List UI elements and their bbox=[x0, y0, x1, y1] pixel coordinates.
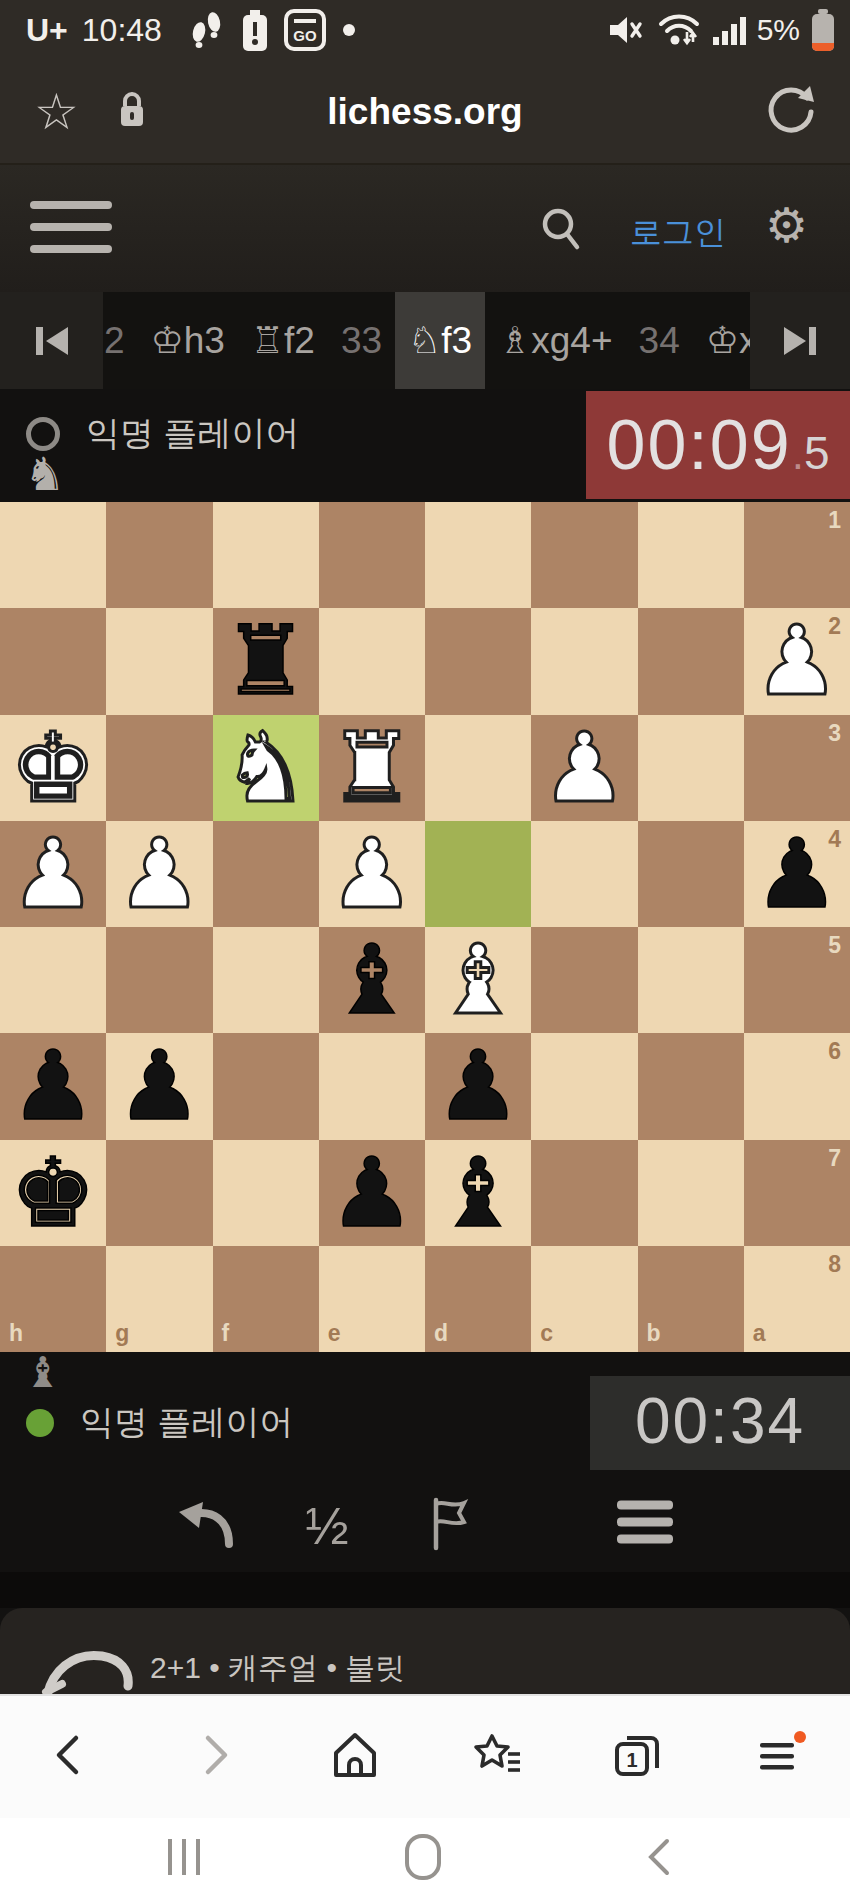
browser-tabs-icon[interactable]: 1 bbox=[611, 1730, 663, 1784]
move-bar: 2♔h3♖f233♘f3♗xg4+34♔xg4♖g2+35♔ bbox=[0, 292, 850, 389]
file-label-g: g bbox=[115, 1320, 129, 1347]
black-P-g6: ♟ bbox=[106, 1033, 212, 1139]
lichess-logo-icon bbox=[40, 1636, 140, 1694]
square-c3[interactable]: ♟ bbox=[531, 715, 637, 821]
square-b5[interactable] bbox=[638, 927, 744, 1033]
square-e2[interactable] bbox=[319, 608, 425, 714]
square-e4[interactable]: ♟ bbox=[319, 821, 425, 927]
rank-label-7: 7 bbox=[828, 1145, 841, 1172]
square-e8[interactable]: e bbox=[319, 1246, 425, 1352]
move-token-0[interactable]: 2 bbox=[103, 292, 138, 389]
browser-menu-icon[interactable] bbox=[752, 1729, 808, 1785]
rank-label-3: 3 bbox=[828, 720, 841, 747]
square-c1[interactable] bbox=[531, 502, 637, 608]
black-R-f2: ♜ bbox=[213, 608, 319, 714]
top-captured-knight-icon: ♞ bbox=[24, 451, 65, 497]
square-a6[interactable]: 6 bbox=[744, 1033, 850, 1139]
move-list: 2♔h3♖f233♘f3♗xg4+34♔xg4♖g2+35♔ bbox=[103, 292, 750, 389]
square-b6[interactable] bbox=[638, 1033, 744, 1139]
black-B-d7: ♝ bbox=[425, 1140, 531, 1246]
battery-alert-icon bbox=[242, 8, 268, 52]
resign-flag-icon[interactable] bbox=[422, 1496, 478, 1556]
status-bar: U+ 10:48 GO bbox=[0, 0, 850, 60]
move-token-6[interactable]: 34 bbox=[626, 292, 693, 389]
game-menu-icon[interactable] bbox=[617, 1501, 673, 1552]
square-f5[interactable] bbox=[213, 927, 319, 1033]
white-K-h3: ♚ bbox=[0, 715, 106, 821]
rank-label-2: 2 bbox=[828, 613, 841, 640]
square-a1[interactable]: 1 bbox=[744, 502, 850, 608]
square-h5[interactable] bbox=[0, 927, 106, 1033]
square-e1[interactable] bbox=[319, 502, 425, 608]
square-d3[interactable] bbox=[425, 715, 531, 821]
square-d2[interactable] bbox=[425, 608, 531, 714]
takeback-button[interactable] bbox=[177, 1498, 239, 1554]
square-b4[interactable] bbox=[638, 821, 744, 927]
bottom-player-clock: 00:34 bbox=[590, 1376, 850, 1470]
square-c5[interactable] bbox=[531, 927, 637, 1033]
black-B-e5: ♝ bbox=[319, 927, 425, 1033]
square-g3[interactable] bbox=[106, 715, 212, 821]
go-app-icon: GO bbox=[284, 9, 326, 51]
square-c8[interactable]: c bbox=[531, 1246, 637, 1352]
square-g1[interactable] bbox=[106, 502, 212, 608]
rank-label-6: 6 bbox=[828, 1038, 841, 1065]
square-h8[interactable]: h bbox=[0, 1246, 106, 1352]
browser-bookmarks-icon[interactable] bbox=[472, 1730, 526, 1784]
android-home-icon[interactable] bbox=[401, 1832, 445, 1886]
white-N-f3: ♞ bbox=[213, 715, 319, 821]
square-e5[interactable]: ♝ bbox=[319, 927, 425, 1033]
phone-screen: U+ 10:48 GO bbox=[0, 0, 850, 1896]
square-g8[interactable]: g bbox=[106, 1246, 212, 1352]
url-text[interactable]: lichess.org bbox=[0, 91, 850, 133]
square-d6[interactable]: ♟ bbox=[425, 1033, 531, 1139]
square-h3[interactable]: ♚ bbox=[0, 715, 106, 821]
square-b1[interactable] bbox=[638, 502, 744, 608]
white-P-g4: ♟ bbox=[106, 821, 212, 927]
square-h2[interactable] bbox=[0, 608, 106, 714]
move-token-5[interactable]: ♗xg4+ bbox=[485, 292, 625, 389]
wifi-icon bbox=[657, 12, 701, 48]
square-a8[interactable]: 8a bbox=[744, 1246, 850, 1352]
white-P-c3: ♟ bbox=[531, 715, 637, 821]
square-a7[interactable]: 7 bbox=[744, 1140, 850, 1246]
browser-back-icon[interactable] bbox=[46, 1732, 92, 1782]
offline-status-icon bbox=[26, 417, 60, 451]
square-f6[interactable] bbox=[213, 1033, 319, 1139]
recent-apps-icon[interactable] bbox=[164, 1835, 204, 1883]
black-P-e7: ♟ bbox=[319, 1140, 425, 1246]
top-player-clock: 00:09.5 bbox=[586, 391, 850, 499]
carrier-label: U+ bbox=[26, 12, 68, 49]
rank-label-1: 1 bbox=[828, 507, 841, 534]
black-K-h7: ♚ bbox=[0, 1140, 106, 1246]
footsteps-icon bbox=[186, 10, 226, 50]
square-d8[interactable]: d bbox=[425, 1246, 531, 1352]
gear-icon[interactable]: ⚙ bbox=[765, 197, 808, 253]
square-a4[interactable]: ♟4 bbox=[744, 821, 850, 927]
square-g5[interactable] bbox=[106, 927, 212, 1033]
online-status-icon bbox=[26, 1409, 54, 1437]
file-label-a: a bbox=[753, 1320, 766, 1347]
square-g6[interactable]: ♟ bbox=[106, 1033, 212, 1139]
hamburger-menu-icon[interactable] bbox=[30, 201, 112, 267]
file-label-h: h bbox=[9, 1320, 23, 1347]
square-g4[interactable]: ♟ bbox=[106, 821, 212, 927]
square-e3[interactable]: ♜ bbox=[319, 715, 425, 821]
white-B-d5: ♝ bbox=[425, 927, 531, 1033]
bottom-player-bar: ♝ 익명 플레이어 00:34 bbox=[0, 1352, 850, 1480]
battery-percent-label: 5% bbox=[757, 13, 800, 47]
clock-time: 10:48 bbox=[82, 12, 162, 49]
move-token-2[interactable]: ♖f2 bbox=[238, 292, 328, 389]
game-setup-label: 2+1 • 캐주얼 • 불릿 bbox=[150, 1648, 405, 1689]
square-c6[interactable] bbox=[531, 1033, 637, 1139]
rank-label-5: 5 bbox=[828, 932, 841, 959]
first-move-button[interactable] bbox=[0, 292, 103, 389]
square-e6[interactable] bbox=[319, 1033, 425, 1139]
move-token-1[interactable]: ♔h3 bbox=[138, 292, 238, 389]
last-move-button[interactable] bbox=[750, 292, 850, 389]
file-label-e: e bbox=[328, 1320, 341, 1347]
draw-offer-button[interactable]: ½ bbox=[305, 1496, 348, 1556]
browser-url-bar: ☆ lichess.org bbox=[0, 60, 850, 165]
svg-text:GO: GO bbox=[293, 27, 317, 44]
square-c4[interactable] bbox=[531, 821, 637, 927]
browser-toolbar: 1 bbox=[0, 1694, 850, 1818]
move-token-4[interactable]: ♘f3 bbox=[395, 292, 485, 389]
square-e7[interactable]: ♟ bbox=[319, 1140, 425, 1246]
white-P-e4: ♟ bbox=[319, 821, 425, 927]
square-b8[interactable]: b bbox=[638, 1246, 744, 1352]
browser-forward-icon[interactable] bbox=[192, 1732, 238, 1782]
mute-icon bbox=[607, 12, 647, 48]
square-f3[interactable]: ♞ bbox=[213, 715, 319, 821]
site-header: 로그인 ⚙ bbox=[0, 165, 850, 292]
square-b7[interactable] bbox=[638, 1140, 744, 1246]
square-f8[interactable]: f bbox=[213, 1246, 319, 1352]
black-P-h6: ♟ bbox=[0, 1033, 106, 1139]
bottom-player-name: 익명 플레이어 bbox=[80, 1400, 293, 1446]
square-h4[interactable]: ♟ bbox=[0, 821, 106, 927]
square-d5[interactable]: ♝ bbox=[425, 927, 531, 1033]
game-info-card: 2+1 • 캐주얼 • 불릿 bbox=[0, 1608, 850, 1694]
android-back-icon[interactable] bbox=[639, 1835, 679, 1883]
white-P-h4: ♟ bbox=[0, 821, 106, 927]
signal-icon bbox=[711, 13, 747, 47]
square-g7[interactable] bbox=[106, 1140, 212, 1246]
battery-icon bbox=[810, 7, 836, 53]
square-a3[interactable]: 3 bbox=[744, 715, 850, 821]
square-d4[interactable] bbox=[425, 821, 531, 927]
square-h1[interactable] bbox=[0, 502, 106, 608]
square-d7[interactable]: ♝ bbox=[425, 1140, 531, 1246]
square-g2[interactable] bbox=[106, 608, 212, 714]
notification-dot-icon bbox=[342, 23, 356, 37]
square-c2[interactable] bbox=[531, 608, 637, 714]
android-nav-bar bbox=[0, 1818, 850, 1896]
square-b2[interactable] bbox=[638, 608, 744, 714]
white-R-e3: ♜ bbox=[319, 715, 425, 821]
square-f1[interactable] bbox=[213, 502, 319, 608]
square-c7[interactable] bbox=[531, 1140, 637, 1246]
move-token-3[interactable]: 33 bbox=[328, 292, 395, 389]
black-P-d6: ♟ bbox=[425, 1033, 531, 1139]
game-actions-bar: ½ bbox=[0, 1480, 850, 1572]
square-f4[interactable] bbox=[213, 821, 319, 927]
top-player-bar: 익명 플레이어 ♞ 00:09.5 bbox=[0, 389, 850, 502]
chess-board: 1♜♟2♚♞♜♟3♟♟♟♟4♝♝5♟♟♟6♚♟♝7hgfedcb8a bbox=[0, 502, 850, 1352]
square-b3[interactable] bbox=[638, 715, 744, 821]
move-token-7[interactable]: ♔xg4 bbox=[693, 292, 750, 389]
square-h6[interactable]: ♟ bbox=[0, 1033, 106, 1139]
square-f7[interactable] bbox=[213, 1140, 319, 1246]
square-h7[interactable]: ♚ bbox=[0, 1140, 106, 1246]
file-label-d: d bbox=[434, 1320, 448, 1347]
rank-label-4: 4 bbox=[828, 826, 841, 853]
square-f2[interactable]: ♜ bbox=[213, 608, 319, 714]
page-gap bbox=[0, 1572, 850, 1608]
refresh-icon[interactable] bbox=[764, 82, 820, 142]
file-label-f: f bbox=[222, 1320, 230, 1347]
file-label-c: c bbox=[540, 1320, 553, 1347]
tab-count-label: 1 bbox=[626, 1749, 637, 1771]
search-icon[interactable] bbox=[535, 203, 589, 261]
square-d1[interactable] bbox=[425, 502, 531, 608]
browser-home-icon[interactable] bbox=[329, 1730, 381, 1784]
square-a5[interactable]: 5 bbox=[744, 927, 850, 1033]
top-player-name: 익명 플레이어 bbox=[86, 411, 299, 457]
rank-label-8: 8 bbox=[828, 1251, 841, 1278]
login-link[interactable]: 로그인 bbox=[630, 211, 726, 255]
square-a2[interactable]: ♟2 bbox=[744, 608, 850, 714]
file-label-b: b bbox=[647, 1320, 661, 1347]
bottom-captured-bishop-icon: ♝ bbox=[24, 1352, 62, 1394]
